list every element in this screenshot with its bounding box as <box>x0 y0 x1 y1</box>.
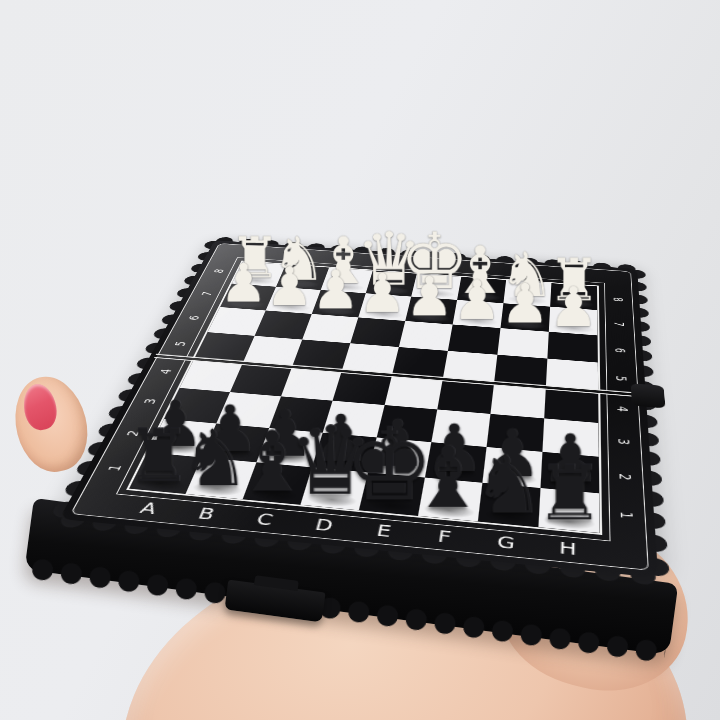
piece-black-rook-h1[interactable]: ♜ <box>538 488 599 533</box>
white-pawn-glyph: ♟ <box>265 260 313 313</box>
black-rook-glyph: ♜ <box>535 455 603 531</box>
piece-white-pawn-h7[interactable]: ♟ <box>549 307 598 336</box>
white-pawn-glyph: ♟ <box>549 280 598 335</box>
white-pawn-glyph: ♟ <box>358 266 406 320</box>
white-pawn-glyph: ♟ <box>311 263 359 317</box>
white-pawn-glyph: ♟ <box>220 257 268 310</box>
piece-white-pawn-g7[interactable]: ♟ <box>500 303 550 331</box>
white-pawn-glyph: ♟ <box>452 273 501 327</box>
piece-black-knight-g1[interactable]: ♞ <box>478 483 541 528</box>
chess-board: ABCDEFGH 12345678 12345678 ♜♞♝♛♚♝♞♜♟♟♟♟♟… <box>59 240 658 578</box>
piece-white-pawn-f7[interactable]: ♟ <box>453 300 504 328</box>
black-knight-glyph: ♞ <box>472 445 544 525</box>
piece-white-pawn-e7[interactable]: ♟ <box>405 297 457 325</box>
white-pawn-glyph: ♟ <box>500 276 549 331</box>
piece-white-pawn-d7[interactable]: ♟ <box>358 293 411 321</box>
white-pawn-glyph: ♟ <box>405 270 454 324</box>
